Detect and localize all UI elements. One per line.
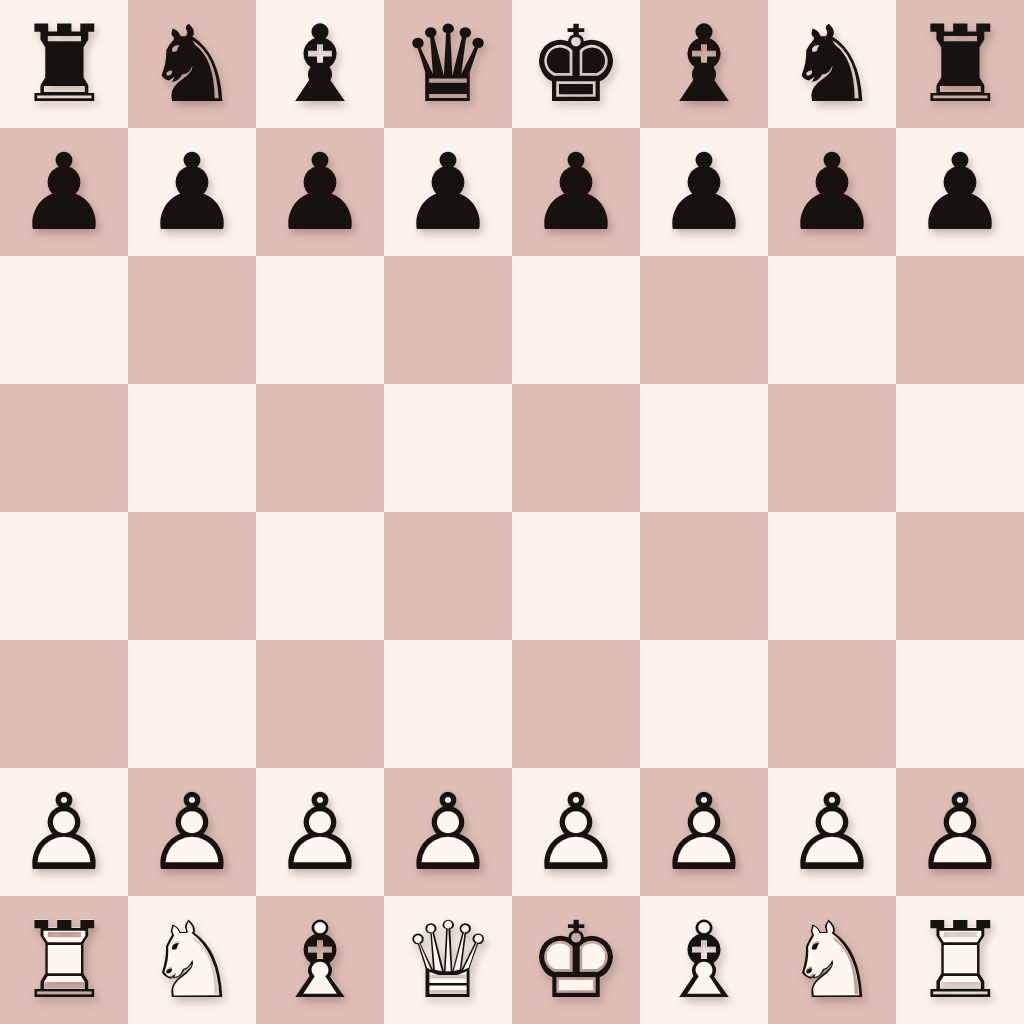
- square-d7[interactable]: ♟: [384, 128, 512, 256]
- square-c3[interactable]: [256, 640, 384, 768]
- square-h4[interactable]: [896, 512, 1024, 640]
- white-piece-outline: ♙: [640, 768, 768, 896]
- square-d6[interactable]: [384, 256, 512, 384]
- black-piece-glyph: ♟: [384, 128, 512, 256]
- square-b1[interactable]: ♞♘: [128, 896, 256, 1024]
- square-d5[interactable]: [384, 384, 512, 512]
- white-piece-outline: ♖: [0, 896, 128, 1024]
- white-piece-outline: ♘: [128, 896, 256, 1024]
- black-piece-glyph: ♜: [896, 0, 1024, 128]
- white-knight[interactable]: ♞♘: [768, 896, 896, 1024]
- square-e7[interactable]: ♟: [512, 128, 640, 256]
- square-h8[interactable]: ♜: [896, 0, 1024, 128]
- white-piece-outline: ♙: [768, 768, 896, 896]
- square-b5[interactable]: [128, 384, 256, 512]
- square-b2[interactable]: ♟♙: [128, 768, 256, 896]
- black-piece-glyph: ♜: [0, 0, 128, 128]
- black-piece-glyph: ♟: [768, 128, 896, 256]
- square-b8[interactable]: ♞: [128, 0, 256, 128]
- square-f6[interactable]: [640, 256, 768, 384]
- square-h6[interactable]: [896, 256, 1024, 384]
- black-piece-glyph: ♝: [256, 0, 384, 128]
- square-f8[interactable]: ♝: [640, 0, 768, 128]
- square-h5[interactable]: [896, 384, 1024, 512]
- white-queen[interactable]: ♛♕: [384, 896, 512, 1024]
- black-piece-glyph: ♝: [640, 0, 768, 128]
- square-c5[interactable]: [256, 384, 384, 512]
- white-piece-outline: ♙: [0, 768, 128, 896]
- square-d1[interactable]: ♛♕: [384, 896, 512, 1024]
- white-rook[interactable]: ♜♖: [0, 896, 128, 1024]
- black-piece-glyph: ♟: [256, 128, 384, 256]
- square-e4[interactable]: [512, 512, 640, 640]
- square-h7[interactable]: ♟: [896, 128, 1024, 256]
- square-a3[interactable]: [0, 640, 128, 768]
- black-bishop[interactable]: ♝: [256, 0, 384, 128]
- square-g1[interactable]: ♞♘: [768, 896, 896, 1024]
- black-pawn[interactable]: ♟: [128, 128, 256, 256]
- square-f2[interactable]: ♟♙: [640, 768, 768, 896]
- white-pawn[interactable]: ♟♙: [384, 768, 512, 896]
- white-piece-outline: ♙: [128, 768, 256, 896]
- white-king[interactable]: ♚♔: [512, 896, 640, 1024]
- square-a7[interactable]: ♟: [0, 128, 128, 256]
- black-rook[interactable]: ♜: [896, 0, 1024, 128]
- square-e1[interactable]: ♚♔: [512, 896, 640, 1024]
- white-piece-outline: ♔: [512, 896, 640, 1024]
- white-piece-outline: ♙: [256, 768, 384, 896]
- white-pawn[interactable]: ♟♙: [0, 768, 128, 896]
- square-a4[interactable]: [0, 512, 128, 640]
- black-piece-glyph: ♟: [512, 128, 640, 256]
- square-b4[interactable]: [128, 512, 256, 640]
- square-f3[interactable]: [640, 640, 768, 768]
- black-piece-glyph: ♞: [128, 0, 256, 128]
- square-c4[interactable]: [256, 512, 384, 640]
- square-c8[interactable]: ♝: [256, 0, 384, 128]
- square-b3[interactable]: [128, 640, 256, 768]
- white-pawn[interactable]: ♟♙: [512, 768, 640, 896]
- square-a8[interactable]: ♜: [0, 0, 128, 128]
- black-pawn[interactable]: ♟: [256, 128, 384, 256]
- square-c1[interactable]: ♝♗: [256, 896, 384, 1024]
- black-knight[interactable]: ♞: [768, 0, 896, 128]
- square-a1[interactable]: ♜♖: [0, 896, 128, 1024]
- square-d4[interactable]: [384, 512, 512, 640]
- white-pawn[interactable]: ♟♙: [128, 768, 256, 896]
- white-piece-outline: ♙: [512, 768, 640, 896]
- black-piece-glyph: ♞: [768, 0, 896, 128]
- black-piece-glyph: ♟: [0, 128, 128, 256]
- white-piece-outline: ♗: [256, 896, 384, 1024]
- white-pawn[interactable]: ♟♙: [768, 768, 896, 896]
- square-a6[interactable]: [0, 256, 128, 384]
- white-piece-outline: ♘: [768, 896, 896, 1024]
- square-d2[interactable]: ♟♙: [384, 768, 512, 896]
- square-c6[interactable]: [256, 256, 384, 384]
- square-g3[interactable]: [768, 640, 896, 768]
- black-pawn[interactable]: ♟: [512, 128, 640, 256]
- square-a2[interactable]: ♟♙: [0, 768, 128, 896]
- square-h2[interactable]: ♟♙: [896, 768, 1024, 896]
- square-h3[interactable]: [896, 640, 1024, 768]
- black-pawn[interactable]: ♟: [640, 128, 768, 256]
- white-pawn[interactable]: ♟♙: [896, 768, 1024, 896]
- white-pawn[interactable]: ♟♙: [640, 768, 768, 896]
- square-e6[interactable]: [512, 256, 640, 384]
- black-pawn[interactable]: ♟: [768, 128, 896, 256]
- black-piece-glyph: ♟: [896, 128, 1024, 256]
- square-d8[interactable]: ♛: [384, 0, 512, 128]
- square-b6[interactable]: [128, 256, 256, 384]
- black-pawn[interactable]: ♟: [0, 128, 128, 256]
- square-f7[interactable]: ♟: [640, 128, 768, 256]
- chess-board: ♜♞♝♛♚♝♞♜♟♟♟♟♟♟♟♟♟♙♟♙♟♙♟♙♟♙♟♙♟♙♟♙♜♖♞♘♝♗♛♕…: [0, 0, 1024, 1024]
- white-piece-outline: ♖: [896, 896, 1024, 1024]
- square-e5[interactable]: [512, 384, 640, 512]
- square-c2[interactable]: ♟♙: [256, 768, 384, 896]
- square-b7[interactable]: ♟: [128, 128, 256, 256]
- square-g8[interactable]: ♞: [768, 0, 896, 128]
- black-bishop[interactable]: ♝: [640, 0, 768, 128]
- square-e3[interactable]: [512, 640, 640, 768]
- black-king[interactable]: ♚: [512, 0, 640, 128]
- square-f4[interactable]: [640, 512, 768, 640]
- black-rook[interactable]: ♜: [0, 0, 128, 128]
- square-g4[interactable]: [768, 512, 896, 640]
- white-bishop[interactable]: ♝♗: [640, 896, 768, 1024]
- square-e2[interactable]: ♟♙: [512, 768, 640, 896]
- black-knight[interactable]: ♞: [128, 0, 256, 128]
- black-queen[interactable]: ♛: [384, 0, 512, 128]
- square-g2[interactable]: ♟♙: [768, 768, 896, 896]
- square-g7[interactable]: ♟: [768, 128, 896, 256]
- square-h1[interactable]: ♜♖: [896, 896, 1024, 1024]
- black-pawn[interactable]: ♟: [896, 128, 1024, 256]
- white-rook[interactable]: ♜♖: [896, 896, 1024, 1024]
- square-e8[interactable]: ♚: [512, 0, 640, 128]
- square-d3[interactable]: [384, 640, 512, 768]
- black-pawn[interactable]: ♟: [384, 128, 512, 256]
- white-piece-outline: ♙: [896, 768, 1024, 896]
- square-f1[interactable]: ♝♗: [640, 896, 768, 1024]
- white-piece-outline: ♕: [384, 896, 512, 1024]
- square-g6[interactable]: [768, 256, 896, 384]
- black-piece-glyph: ♟: [128, 128, 256, 256]
- white-piece-outline: ♗: [640, 896, 768, 1024]
- black-piece-glyph: ♟: [640, 128, 768, 256]
- white-pawn[interactable]: ♟♙: [256, 768, 384, 896]
- black-piece-glyph: ♚: [512, 0, 640, 128]
- square-c7[interactable]: ♟: [256, 128, 384, 256]
- black-piece-glyph: ♛: [384, 0, 512, 128]
- white-piece-outline: ♙: [384, 768, 512, 896]
- square-a5[interactable]: [0, 384, 128, 512]
- white-bishop[interactable]: ♝♗: [256, 896, 384, 1024]
- square-g5[interactable]: [768, 384, 896, 512]
- square-f5[interactable]: [640, 384, 768, 512]
- white-knight[interactable]: ♞♘: [128, 896, 256, 1024]
